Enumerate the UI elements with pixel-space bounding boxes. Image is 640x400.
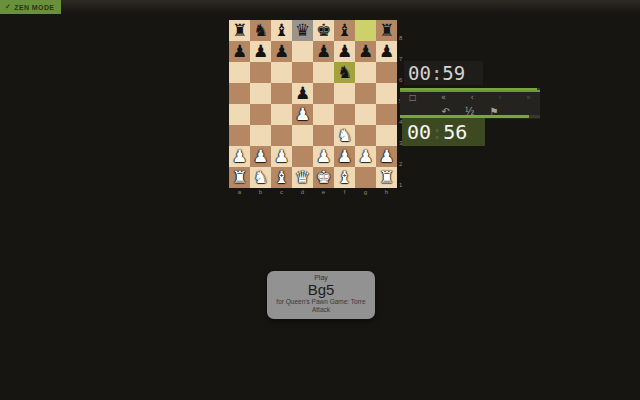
square-b4[interactable] — [250, 104, 271, 125]
square-e3[interactable] — [313, 125, 334, 146]
square-b1[interactable]: ♞ — [250, 167, 271, 188]
rank-label-2: 2 — [399, 146, 407, 167]
square-h5[interactable] — [376, 83, 397, 104]
square-h8[interactable]: ♜ — [376, 20, 397, 41]
piece-white-queen[interactable]: ♛ — [295, 167, 310, 188]
piece-black-bishop[interactable]: ♝ — [274, 20, 289, 41]
file-label-b: b — [250, 188, 271, 197]
chess-board: ♜♞♝♛♚♝♜♟♟♟♟♟♟♟♞♟♟♞♟♟♟♟♟♟♟♜♞♝♛♚♝♜ — [229, 20, 397, 188]
first-move-button[interactable]: « — [441, 93, 446, 103]
piece-white-bishop[interactable]: ♝ — [337, 167, 352, 188]
check-icon: ✓ — [5, 3, 11, 11]
square-c8[interactable]: ♝ — [271, 20, 292, 41]
opponent-clock-seconds: 59 — [442, 62, 465, 84]
file-label-c: c — [271, 188, 292, 197]
player-clock-colon: : — [431, 120, 443, 144]
square-f5[interactable] — [334, 83, 355, 104]
square-f3[interactable]: ♞ — [334, 125, 355, 146]
hint-move: Bg5 — [271, 281, 371, 298]
square-a3[interactable] — [229, 125, 250, 146]
square-d7[interactable] — [292, 41, 313, 62]
file-label-h: h — [376, 188, 397, 197]
file-label-d: d — [292, 188, 313, 197]
square-d6[interactable] — [292, 62, 313, 83]
piece-white-bishop[interactable]: ♝ — [274, 167, 289, 188]
square-a8[interactable]: ♜ — [229, 20, 250, 41]
piece-black-pawn[interactable]: ♟ — [358, 41, 373, 62]
file-label-f: f — [334, 188, 355, 197]
file-label-g: g — [355, 188, 376, 197]
piece-white-pawn[interactable]: ♟ — [337, 146, 352, 167]
player-clock-minutes: 00 — [407, 120, 431, 144]
hint-popup[interactable]: Play Bg5 for Queen's Pawn Game: Torre At… — [267, 271, 375, 319]
page: ✓ ZEN MODE ♜♞♝♛♚♝♜♟♟♟♟♟♟♟♞♟♟♞♟♟♟♟♟♟♟♜♞♝♛… — [0, 0, 640, 400]
piece-black-pawn[interactable]: ♟ — [316, 41, 331, 62]
square-h6[interactable] — [376, 62, 397, 83]
piece-black-pawn[interactable]: ♟ — [295, 83, 310, 104]
hint-intro: Play — [271, 274, 371, 281]
piece-white-knight[interactable]: ♞ — [337, 125, 352, 146]
piece-black-queen[interactable]: ♛ — [295, 20, 310, 41]
next-move-button[interactable]: › — [498, 93, 501, 103]
square-g8[interactable] — [355, 20, 376, 41]
square-e7[interactable]: ♟ — [313, 41, 334, 62]
piece-white-pawn[interactable]: ♟ — [253, 146, 268, 167]
square-a5[interactable] — [229, 83, 250, 104]
square-c4[interactable] — [271, 104, 292, 125]
file-label-e: e — [313, 188, 334, 197]
player-clock: 00:56 — [402, 118, 485, 146]
piece-white-pawn[interactable]: ♟ — [316, 146, 331, 167]
piece-white-knight[interactable]: ♞ — [253, 167, 268, 188]
analysis-board-button[interactable]: □ — [409, 93, 417, 103]
square-b3[interactable] — [250, 125, 271, 146]
square-c1[interactable]: ♝ — [271, 167, 292, 188]
square-c5[interactable] — [271, 83, 292, 104]
piece-white-pawn[interactable]: ♟ — [274, 146, 289, 167]
square-c6[interactable] — [271, 62, 292, 83]
square-b7[interactable]: ♟ — [250, 41, 271, 62]
square-a6[interactable] — [229, 62, 250, 83]
piece-white-rook[interactable]: ♜ — [232, 167, 247, 188]
piece-white-pawn[interactable]: ♟ — [379, 146, 394, 167]
last-move-button[interactable]: » — [526, 93, 531, 103]
file-label-a: a — [229, 188, 250, 197]
zen-mode-label: ZEN MODE — [14, 4, 54, 11]
piece-black-pawn[interactable]: ♟ — [379, 41, 394, 62]
square-h7[interactable]: ♟ — [376, 41, 397, 62]
zen-mode-button[interactable]: ✓ ZEN MODE — [0, 0, 61, 14]
square-h3[interactable] — [376, 125, 397, 146]
square-h4[interactable] — [376, 104, 397, 125]
square-a1[interactable]: ♜ — [229, 167, 250, 188]
square-f7[interactable]: ♟ — [334, 41, 355, 62]
square-f1[interactable]: ♝ — [334, 167, 355, 188]
square-b6[interactable] — [250, 62, 271, 83]
piece-black-pawn[interactable]: ♟ — [274, 41, 289, 62]
square-c2[interactable]: ♟ — [271, 146, 292, 167]
square-e8[interactable]: ♚ — [313, 20, 334, 41]
square-d1[interactable]: ♛ — [292, 167, 313, 188]
file-labels: abcdefgh — [229, 188, 397, 197]
piece-white-pawn[interactable]: ♟ — [232, 146, 247, 167]
square-f8[interactable]: ♝ — [334, 20, 355, 41]
piece-black-pawn[interactable]: ♟ — [232, 41, 247, 62]
square-a2[interactable]: ♟ — [229, 146, 250, 167]
square-b8[interactable]: ♞ — [250, 20, 271, 41]
piece-white-rook[interactable]: ♜ — [379, 167, 394, 188]
square-d3[interactable] — [292, 125, 313, 146]
square-f2[interactable]: ♟ — [334, 146, 355, 167]
square-g3[interactable] — [355, 125, 376, 146]
piece-black-knight[interactable]: ♞ — [253, 20, 268, 41]
square-c7[interactable]: ♟ — [271, 41, 292, 62]
square-h1[interactable]: ♜ — [376, 167, 397, 188]
top-strip — [0, 0, 640, 13]
hint-subtitle: for Queen's Pawn Game: Torre Attack — [271, 298, 371, 314]
piece-white-pawn[interactable]: ♟ — [295, 104, 310, 125]
square-g1[interactable] — [355, 167, 376, 188]
player-clock-seconds: 56 — [443, 120, 467, 144]
square-d5[interactable]: ♟ — [292, 83, 313, 104]
piece-black-pawn[interactable]: ♟ — [253, 41, 268, 62]
opponent-clock: 00:59 — [404, 61, 483, 85]
move-nav-row: □ « ‹ › » — [400, 92, 540, 104]
piece-black-bishop[interactable]: ♝ — [337, 20, 352, 41]
square-e6[interactable] — [313, 62, 334, 83]
square-h2[interactable]: ♟ — [376, 146, 397, 167]
square-f6[interactable]: ♞ — [334, 62, 355, 83]
piece-white-king[interactable]: ♚ — [316, 167, 331, 188]
previous-move-button[interactable]: ‹ — [471, 93, 474, 103]
square-e4[interactable] — [313, 104, 334, 125]
square-b2[interactable]: ♟ — [250, 146, 271, 167]
square-d4[interactable]: ♟ — [292, 104, 313, 125]
square-d2[interactable] — [292, 146, 313, 167]
piece-black-rook[interactable]: ♜ — [232, 20, 247, 41]
square-a7[interactable]: ♟ — [229, 41, 250, 62]
square-g4[interactable] — [355, 104, 376, 125]
square-b5[interactable] — [250, 83, 271, 104]
square-g7[interactable]: ♟ — [355, 41, 376, 62]
square-e1[interactable]: ♚ — [313, 167, 334, 188]
square-g5[interactable] — [355, 83, 376, 104]
piece-black-pawn[interactable]: ♟ — [337, 41, 352, 62]
piece-black-king[interactable]: ♚ — [316, 20, 331, 41]
square-f4[interactable] — [334, 104, 355, 125]
piece-white-pawn[interactable]: ♟ — [358, 146, 373, 167]
square-d8[interactable]: ♛ — [292, 20, 313, 41]
rank-label-8: 8 — [399, 20, 407, 41]
square-e5[interactable] — [313, 83, 334, 104]
piece-black-rook[interactable]: ♜ — [379, 20, 394, 41]
opponent-clock-minutes: 00 — [408, 62, 431, 84]
square-c3[interactable] — [271, 125, 292, 146]
square-e2[interactable]: ♟ — [313, 146, 334, 167]
square-a4[interactable] — [229, 104, 250, 125]
rank-label-7: 7 — [399, 41, 407, 62]
rank-label-1: 1 — [399, 167, 407, 188]
opponent-clock-colon: : — [431, 62, 442, 84]
square-g6[interactable] — [355, 62, 376, 83]
square-g2[interactable]: ♟ — [355, 146, 376, 167]
piece-black-knight[interactable]: ♞ — [337, 62, 352, 83]
